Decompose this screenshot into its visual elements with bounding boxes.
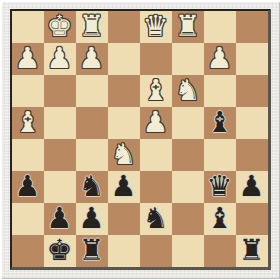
square-f5[interactable] — [76, 139, 108, 171]
square-b4[interactable]: ♝ — [204, 107, 236, 139]
square-b5[interactable] — [204, 139, 236, 171]
square-g8[interactable]: ♚ — [44, 235, 76, 267]
black-queen-b6[interactable]: ♛ — [207, 171, 233, 202]
black-pawn-e6[interactable]: ♟ — [111, 171, 137, 202]
white-rook-c1[interactable]: ♜ — [175, 11, 201, 42]
square-h1[interactable] — [12, 11, 44, 43]
square-f1[interactable]: ♜ — [76, 11, 108, 43]
square-g4[interactable] — [44, 107, 76, 139]
square-g1[interactable]: ♚ — [44, 11, 76, 43]
square-d1[interactable]: ♛ — [140, 11, 172, 43]
black-pawn-f7[interactable]: ♟ — [79, 203, 105, 234]
board-border: ♚♜♛♜♟♟♟♟♝♞♝♟♝♞♟♞♟♛♟♟♟♞♝♚♜♜ — [10, 9, 271, 270]
square-e7[interactable] — [108, 203, 140, 235]
white-pawn-g2[interactable]: ♟ — [47, 43, 73, 74]
square-g5[interactable] — [44, 139, 76, 171]
square-d2[interactable] — [140, 43, 172, 75]
square-h8[interactable] — [12, 235, 44, 267]
black-pawn-a6[interactable]: ♟ — [239, 171, 265, 202]
square-d5[interactable] — [140, 139, 172, 171]
black-rook-a8[interactable]: ♜ — [239, 235, 265, 266]
square-f3[interactable] — [76, 75, 108, 107]
square-d7[interactable]: ♞ — [140, 203, 172, 235]
square-b6[interactable]: ♛ — [204, 171, 236, 203]
black-knight-d7[interactable]: ♞ — [143, 203, 169, 234]
square-e5[interactable]: ♞ — [108, 139, 140, 171]
square-e1[interactable] — [108, 11, 140, 43]
square-c1[interactable]: ♜ — [172, 11, 204, 43]
square-c7[interactable] — [172, 203, 204, 235]
white-pawn-b2[interactable]: ♟ — [207, 43, 233, 74]
black-king-g8[interactable]: ♚ — [47, 235, 73, 266]
square-a1[interactable] — [236, 11, 268, 43]
square-b7[interactable]: ♝ — [204, 203, 236, 235]
square-a3[interactable] — [236, 75, 268, 107]
white-bishop-d3[interactable]: ♝ — [143, 75, 169, 106]
square-d8[interactable] — [140, 235, 172, 267]
white-pawn-h2[interactable]: ♟ — [15, 43, 41, 74]
square-f4[interactable] — [76, 107, 108, 139]
square-e2[interactable] — [108, 43, 140, 75]
white-king-g1[interactable]: ♚ — [47, 11, 73, 42]
square-b3[interactable] — [204, 75, 236, 107]
black-rook-f8[interactable]: ♜ — [79, 235, 105, 266]
square-c8[interactable] — [172, 235, 204, 267]
chess-board: ♚♜♛♜♟♟♟♟♝♞♝♟♝♞♟♞♟♛♟♟♟♞♝♚♜♜ — [12, 11, 268, 267]
square-g7[interactable]: ♟ — [44, 203, 76, 235]
square-h7[interactable] — [12, 203, 44, 235]
square-f7[interactable]: ♟ — [76, 203, 108, 235]
square-a4[interactable] — [236, 107, 268, 139]
diagram-frame: ♚♜♛♜♟♟♟♟♝♞♝♟♝♞♟♞♟♛♟♟♟♞♝♚♜♜ — [0, 0, 280, 279]
square-g2[interactable]: ♟ — [44, 43, 76, 75]
square-d6[interactable] — [140, 171, 172, 203]
white-knight-c3[interactable]: ♞ — [175, 75, 201, 106]
black-pawn-g7[interactable]: ♟ — [47, 203, 73, 234]
square-e4[interactable] — [108, 107, 140, 139]
square-a2[interactable] — [236, 43, 268, 75]
square-b1[interactable] — [204, 11, 236, 43]
square-a8[interactable]: ♜ — [236, 235, 268, 267]
square-a6[interactable]: ♟ — [236, 171, 268, 203]
square-c5[interactable] — [172, 139, 204, 171]
square-h3[interactable] — [12, 75, 44, 107]
square-c6[interactable] — [172, 171, 204, 203]
white-queen-d1[interactable]: ♛ — [143, 11, 169, 42]
square-b2[interactable]: ♟ — [204, 43, 236, 75]
square-d3[interactable]: ♝ — [140, 75, 172, 107]
square-g6[interactable] — [44, 171, 76, 203]
white-rook-f1[interactable]: ♜ — [79, 11, 105, 42]
square-d4[interactable]: ♟ — [140, 107, 172, 139]
square-c2[interactable] — [172, 43, 204, 75]
white-pawn-f2[interactable]: ♟ — [79, 43, 105, 74]
square-a5[interactable] — [236, 139, 268, 171]
black-knight-f6[interactable]: ♞ — [79, 171, 105, 202]
square-h6[interactable]: ♟ — [12, 171, 44, 203]
square-e8[interactable] — [108, 235, 140, 267]
square-h5[interactable] — [12, 139, 44, 171]
square-a7[interactable] — [236, 203, 268, 235]
square-f6[interactable]: ♞ — [76, 171, 108, 203]
square-g3[interactable] — [44, 75, 76, 107]
square-f2[interactable]: ♟ — [76, 43, 108, 75]
white-knight-e5[interactable]: ♞ — [111, 139, 137, 170]
white-bishop-h4[interactable]: ♝ — [15, 107, 41, 138]
square-f8[interactable]: ♜ — [76, 235, 108, 267]
square-c3[interactable]: ♞ — [172, 75, 204, 107]
square-c4[interactable] — [172, 107, 204, 139]
square-e6[interactable]: ♟ — [108, 171, 140, 203]
black-bishop-b4[interactable]: ♝ — [207, 107, 233, 138]
black-bishop-b7[interactable]: ♝ — [207, 203, 233, 234]
black-pawn-h6[interactable]: ♟ — [15, 171, 41, 202]
square-h2[interactable]: ♟ — [12, 43, 44, 75]
square-h4[interactable]: ♝ — [12, 107, 44, 139]
white-pawn-d4[interactable]: ♟ — [143, 107, 169, 138]
square-e3[interactable] — [108, 75, 140, 107]
square-b8[interactable] — [204, 235, 236, 267]
